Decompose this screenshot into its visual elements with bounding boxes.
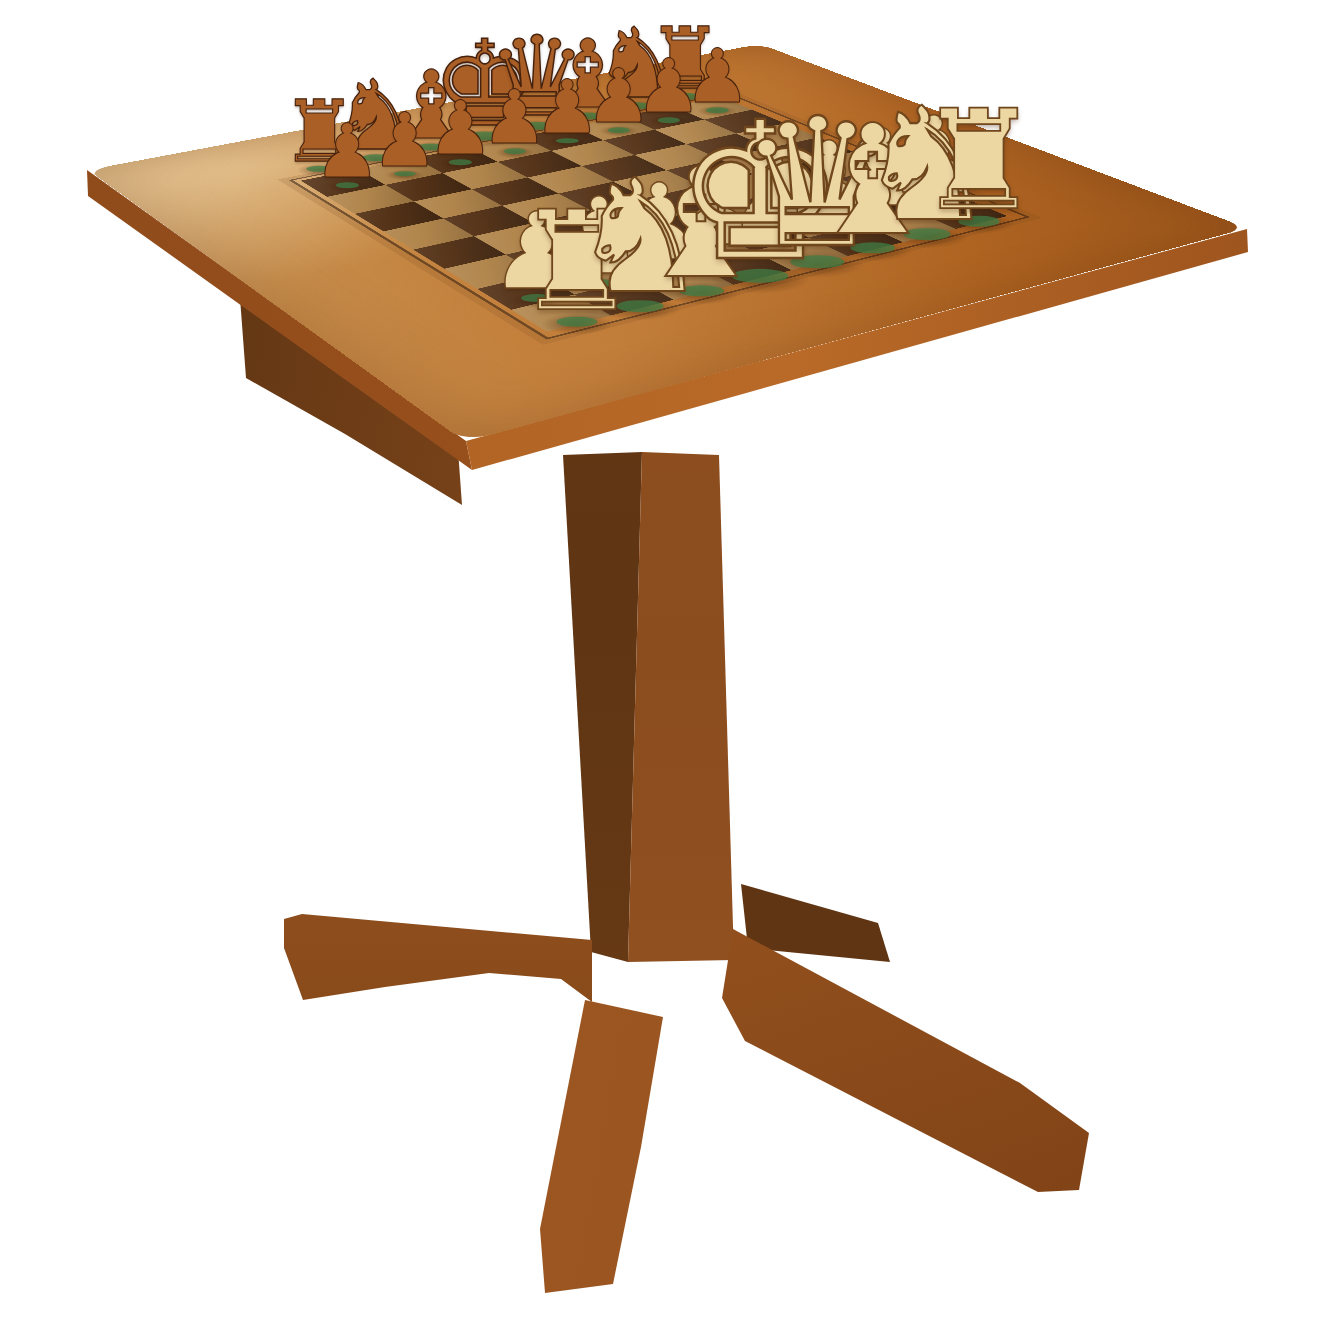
pieces-layer: ♜♞♝♚♛♝♞♜♟♟♟♟♟♟♟♟♟♟♟♟♟♟♟♟♜♞♝♚♛♝♞♜ (0, 0, 1325, 1325)
piece-white-rook-a1: ♜ (917, 92, 1040, 229)
chess-table-photo: ♜♞♝♚♛♝♞♜♟♟♟♟♟♟♟♟♟♟♟♟♟♟♟♟♜♞♝♚♛♝♞♜ (0, 0, 1325, 1325)
